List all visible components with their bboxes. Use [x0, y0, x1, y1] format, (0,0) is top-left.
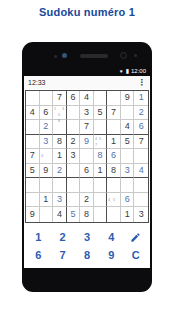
sensor-dot-icon — [54, 55, 57, 58]
phone-screen: 12:33 ⋮ 76491461358357227463829457157741… — [24, 76, 150, 268]
given-digit: 8 — [57, 137, 62, 146]
given-digit: 6 — [70, 93, 75, 102]
given-digit: 8 — [111, 166, 116, 175]
sudoku-cell-r3c7[interactable] — [107, 120, 121, 135]
user-digit: 6 — [139, 122, 144, 131]
given-digit: 7 — [30, 151, 35, 160]
sudoku-board: 7649146135835722746382945715774138659261… — [25, 90, 149, 223]
sudoku-cell-r7c8[interactable] — [121, 178, 135, 193]
numpad-9-button[interactable]: 9 — [99, 246, 123, 264]
sudoku-cell-r2c9[interactable]: 2 — [134, 106, 148, 121]
sudoku-cell-r2c7[interactable]: 7 — [107, 106, 121, 121]
sudoku-cell-r3c3[interactable] — [53, 120, 67, 135]
sensor-dot-icon — [134, 54, 137, 57]
numpad-8-button[interactable]: 8 — [75, 246, 99, 264]
given-digit: 7 — [57, 93, 62, 102]
sudoku-cell-r4c8[interactable]: 5 — [121, 135, 135, 150]
user-digit: 6 — [125, 195, 130, 204]
sudoku-cell-r8c3[interactable]: 3 — [53, 193, 67, 208]
sudoku-cell-r8c1[interactable] — [26, 193, 40, 208]
given-digit: 3 — [84, 108, 89, 117]
user-digit: 5 — [70, 210, 75, 219]
clear-button[interactable]: C — [124, 246, 148, 264]
sudoku-cell-r6c5[interactable]: 6 — [80, 164, 94, 179]
sudoku-cell-r1c1[interactable] — [26, 91, 40, 106]
app-bar: 12:33 ⋮ — [24, 76, 150, 89]
sudoku-cell-r4c7[interactable]: 1 — [107, 135, 121, 150]
user-digit: 9 — [84, 137, 89, 146]
given-digit: 2 — [70, 137, 75, 146]
numpad-4-button[interactable]: 4 — [99, 228, 123, 246]
sudoku-cell-r9c3[interactable]: 4 — [53, 207, 67, 222]
given-digit: 4 — [125, 122, 130, 131]
sudoku-cell-r1c4[interactable]: 6 — [67, 91, 81, 106]
number-pad: 1 2 3 4 6 7 8 9 C — [24, 228, 150, 264]
sudoku-cell-r3c6[interactable] — [94, 120, 108, 135]
given-digit: 6 — [84, 166, 89, 175]
given-digit: 9 — [125, 93, 130, 102]
sudoku-cell-r3c9[interactable]: 6 — [134, 120, 148, 135]
sudoku-cell-r1c8[interactable]: 9 — [121, 91, 135, 106]
sudoku-cell-r5c4[interactable]: 3 — [67, 149, 81, 164]
pencil-notes: 457 — [94, 135, 107, 149]
number-pad-row-2: 6 7 8 9 C — [26, 246, 148, 264]
sudoku-cell-r3c4[interactable] — [67, 120, 81, 135]
sudoku-cell-r8c5[interactable]: 2 — [80, 193, 94, 208]
given-digit: 5 — [30, 166, 35, 175]
sudoku-cell-r8c2[interactable]: 1 — [40, 193, 54, 208]
given-digit: 1 — [125, 210, 130, 219]
user-digit: 8 — [98, 151, 103, 160]
sudoku-cell-r7c7[interactable] — [107, 178, 121, 193]
sudoku-cell-r9c6[interactable] — [94, 207, 108, 222]
given-digit: 5 — [125, 137, 130, 146]
numpad-7-button[interactable]: 7 — [50, 246, 74, 264]
overflow-menu-icon[interactable]: ⋮ — [138, 79, 146, 87]
given-digit: 3 — [70, 151, 75, 160]
sudoku-cell-r9c2[interactable] — [40, 207, 54, 222]
sudoku-cell-r7c5[interactable] — [80, 178, 94, 193]
sudoku-cell-r5c6[interactable]: 8 — [94, 149, 108, 164]
given-digit: 7 — [111, 108, 116, 117]
sudoku-cell-r2c4[interactable] — [67, 106, 81, 121]
numpad-6-button[interactable]: 6 — [26, 246, 50, 264]
sudoku-cell-r9c7[interactable] — [107, 207, 121, 222]
sudoku-cell-r1c6[interactable] — [94, 91, 108, 106]
sudoku-cell-r5c3[interactable]: 1 — [53, 149, 67, 164]
numpad-2-button[interactable]: 2 — [50, 228, 74, 246]
sudoku-cell-r6c3[interactable]: 2 — [53, 164, 67, 179]
user-digit: 2 — [57, 166, 62, 175]
pencil-notes: 45 — [107, 193, 120, 207]
sudoku-cell-r3c5[interactable]: 7 — [80, 120, 94, 135]
battery-icon: ▮ — [126, 68, 129, 74]
sudoku-cell-r3c1[interactable] — [26, 120, 40, 135]
sudoku-cell-r7c4[interactable] — [67, 178, 81, 193]
sudoku-cell-r6c4[interactable] — [67, 164, 81, 179]
sudoku-cell-r4c4[interactable]: 2 — [67, 135, 81, 150]
given-digit: 4 — [57, 210, 62, 219]
given-digit: 9 — [30, 210, 35, 219]
sudoku-cell-r5c7[interactable]: 6 — [107, 149, 121, 164]
sudoku-cell-r7c3[interactable] — [53, 178, 67, 193]
given-digit: 1 — [98, 166, 103, 175]
given-digit: 9 — [43, 166, 48, 175]
sudoku-cell-r2c3[interactable]: 1358 — [53, 106, 67, 121]
given-digit: 7 — [139, 137, 144, 146]
sudoku-cell-r6c8[interactable]: 3 — [121, 164, 135, 179]
sudoku-cell-r6c1[interactable]: 5 — [26, 164, 40, 179]
user-digit: 4 — [139, 166, 144, 175]
sudoku-cell-r8c6[interactable] — [94, 193, 108, 208]
user-digit: 3 — [125, 166, 130, 175]
sudoku-cell-r5c9[interactable] — [134, 149, 148, 164]
speaker-slot — [80, 54, 108, 58]
sudoku-cell-r6c7[interactable]: 8 — [107, 164, 121, 179]
given-digit: 5 — [98, 108, 103, 117]
camera-ring-icon — [120, 52, 127, 59]
given-digit: 7 — [84, 122, 89, 131]
clock-text: 12:33 — [28, 79, 46, 86]
given-digit: 4 — [84, 93, 89, 102]
given-digit: 1 — [43, 195, 48, 204]
page-title: Sudoku numéro 1 — [0, 6, 174, 18]
sudoku-cell-r4c1[interactable] — [26, 135, 40, 150]
given-digit: 3 — [139, 210, 144, 219]
sudoku-cell-r1c3[interactable]: 7 — [53, 91, 67, 106]
user-digit: 3 — [57, 195, 62, 204]
sudoku-cell-r7c1[interactable] — [26, 178, 40, 193]
given-digit: 8 — [84, 210, 89, 219]
sudoku-cell-r9c8[interactable]: 1 — [121, 207, 135, 222]
sudoku-cell-r6c6[interactable]: 1 — [94, 164, 108, 179]
given-digit: 4 — [30, 108, 35, 117]
wifi-icon: ▼ — [119, 69, 124, 73]
sudoku-cell-r4c3[interactable]: 8 — [53, 135, 67, 150]
sudoku-cell-r1c7[interactable] — [107, 91, 121, 106]
sudoku-cell-r4c6[interactable]: 457 — [94, 135, 108, 150]
sudoku-cell-r8c9[interactable] — [134, 193, 148, 208]
sudoku-cell-r1c9[interactable]: 1 — [134, 91, 148, 106]
given-digit: 6 — [43, 108, 48, 117]
sudoku-cell-r5c5[interactable] — [80, 149, 94, 164]
number-pad-row-1: 1 2 3 4 — [26, 228, 148, 246]
sudoku-cell-r9c4[interactable]: 5 — [67, 207, 81, 222]
user-digit: 2 — [43, 122, 48, 131]
user-digit: 6 — [111, 151, 116, 160]
sudoku-cell-r2c2[interactable]: 6 — [40, 106, 54, 121]
pencil-icon — [130, 232, 141, 243]
sudoku-cell-r3c2[interactable]: 2 — [40, 120, 54, 135]
user-digit: 1 — [139, 93, 144, 102]
sudoku-cell-r2c8[interactable] — [121, 106, 135, 121]
sudoku-cell-r7c9[interactable] — [134, 178, 148, 193]
sudoku-cell-r5c2[interactable]: 4 — [40, 149, 54, 164]
phone-frame: ▼ ▮ 12:00 12:33 ⋮ 7649146135835722746382… — [22, 42, 152, 292]
sudoku-cell-r1c2[interactable] — [40, 91, 54, 106]
sudoku-cell-r2c5[interactable]: 3 — [80, 106, 94, 121]
sudoku-cell-r7c2[interactable] — [40, 178, 54, 193]
sudoku-cell-r4c9[interactable]: 7 — [134, 135, 148, 150]
numpad-1-button[interactable]: 1 — [26, 228, 50, 246]
sudoku-cell-r3c8[interactable]: 4 — [121, 120, 135, 135]
sudoku-cell-r1c5[interactable]: 4 — [80, 91, 94, 106]
user-digit: 2 — [139, 108, 144, 117]
sudoku-cell-r6c9[interactable]: 4 — [134, 164, 148, 179]
sudoku-cell-r9c5[interactable]: 8 — [80, 207, 94, 222]
pencil-notes: 4 — [40, 149, 53, 163]
sudoku-cell-r2c6[interactable]: 5 — [94, 106, 108, 121]
sudoku-cell-r7c6[interactable] — [94, 178, 108, 193]
given-digit: 1 — [57, 151, 62, 160]
status-time: 12:00 — [131, 68, 146, 74]
sudoku-cell-r9c1[interactable]: 9 — [26, 207, 40, 222]
sudoku-cell-r8c7[interactable]: 45 — [107, 193, 121, 208]
sudoku-cell-r6c2[interactable]: 9 — [40, 164, 54, 179]
sudoku-cell-r8c4[interactable] — [67, 193, 81, 208]
sudoku-cell-r4c5[interactable]: 9 — [80, 135, 94, 150]
status-bar: ▼ ▮ 12:00 — [24, 66, 150, 76]
sudoku-cell-r8c8[interactable]: 6 — [121, 193, 135, 208]
sudoku-cell-r2c1[interactable]: 4 — [26, 106, 40, 121]
given-digit: 1 — [111, 137, 116, 146]
pencil-notes: 1358 — [53, 106, 66, 120]
sudoku-cell-r9c9[interactable]: 3 — [134, 207, 148, 222]
sudoku-cell-r5c1[interactable]: 7 — [26, 149, 40, 164]
sudoku-cell-r4c2[interactable]: 3 — [40, 135, 54, 150]
user-digit: 3 — [43, 137, 48, 146]
pencil-button[interactable] — [124, 228, 148, 246]
front-camera-icon — [62, 53, 67, 58]
given-digit: 2 — [84, 195, 89, 204]
numpad-3-button[interactable]: 3 — [75, 228, 99, 246]
sudoku-cell-r5c8[interactable] — [121, 149, 135, 164]
